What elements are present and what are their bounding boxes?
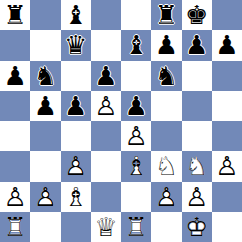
square-b8[interactable]: [30, 0, 60, 30]
square-f3[interactable]: ♞♘: [151, 151, 181, 181]
black-pawn-glyph: ♟: [212, 30, 242, 60]
square-g2[interactable]: ♟♙: [182, 182, 212, 212]
square-e3[interactable]: ♝♗: [121, 151, 151, 181]
square-b3[interactable]: [30, 151, 60, 181]
square-e2[interactable]: [121, 182, 151, 212]
black-pawn-glyph: ♟: [151, 30, 181, 60]
square-f2[interactable]: ♟♙: [151, 182, 181, 212]
square-c5[interactable]: ♟: [61, 91, 91, 121]
black-knight[interactable]: ♞: [30, 61, 60, 91]
square-h8[interactable]: [212, 0, 242, 30]
black-rook[interactable]: ♜: [151, 0, 181, 30]
square-c2[interactable]: ♝♗: [61, 182, 91, 212]
square-g7[interactable]: ♟: [182, 30, 212, 60]
square-f6[interactable]: ♞: [151, 61, 181, 91]
square-h3[interactable]: ♟♙: [212, 151, 242, 181]
square-e7[interactable]: ♝: [121, 30, 151, 60]
white-knight[interactable]: ♞♘: [182, 151, 212, 181]
black-pawn[interactable]: ♟: [30, 91, 60, 121]
black-queen[interactable]: ♛: [61, 30, 91, 60]
square-e4[interactable]: ♟♙: [121, 121, 151, 151]
square-g8[interactable]: ♚: [182, 0, 212, 30]
square-a4[interactable]: [0, 121, 30, 151]
square-b2[interactable]: ♟♙: [30, 182, 60, 212]
white-pawn[interactable]: ♟♙: [0, 182, 30, 212]
white-pawn[interactable]: ♟♙: [182, 182, 212, 212]
white-knight-outline: ♘: [151, 151, 181, 181]
white-knight[interactable]: ♞♘: [151, 151, 181, 181]
chess-board: ♜♝♜♚♛♝♟♟♟♟♞♟♞♟♟♟♙♟♟♙♟♙♝♗♞♘♞♘♟♙♟♙♟♙♝♗♟♙♟♙…: [0, 0, 242, 242]
black-queen-glyph: ♛: [61, 30, 91, 60]
white-pawn[interactable]: ♟♙: [151, 182, 181, 212]
white-rook-outline: ♖: [121, 212, 151, 242]
white-rook-outline: ♖: [0, 212, 30, 242]
black-knight[interactable]: ♞: [151, 61, 181, 91]
white-pawn-outline: ♙: [121, 121, 151, 151]
square-e6[interactable]: [121, 61, 151, 91]
white-king-outline: ♔: [182, 212, 212, 242]
black-pawn[interactable]: ♟: [182, 30, 212, 60]
black-pawn[interactable]: ♟: [0, 61, 30, 91]
square-d7[interactable]: [91, 30, 121, 60]
white-rook[interactable]: ♜♖: [121, 212, 151, 242]
black-pawn[interactable]: ♟: [91, 61, 121, 91]
square-c1[interactable]: [61, 212, 91, 242]
white-pawn-outline: ♙: [61, 151, 91, 181]
black-bishop[interactable]: ♝: [121, 30, 151, 60]
black-king[interactable]: ♚: [182, 0, 212, 30]
square-d2[interactable]: [91, 182, 121, 212]
square-d1[interactable]: ♛♕: [91, 212, 121, 242]
square-a7[interactable]: [0, 30, 30, 60]
square-a8[interactable]: ♜: [0, 0, 30, 30]
black-knight-glyph: ♞: [30, 61, 60, 91]
square-a6[interactable]: ♟: [0, 61, 30, 91]
square-c7[interactable]: ♛: [61, 30, 91, 60]
black-rook-glyph: ♜: [0, 0, 30, 30]
square-a5[interactable]: [0, 91, 30, 121]
white-pawn-outline: ♙: [151, 182, 181, 212]
white-bishop[interactable]: ♝♗: [121, 151, 151, 181]
square-b6[interactable]: ♞: [30, 61, 60, 91]
square-c8[interactable]: ♝: [61, 0, 91, 30]
square-h5[interactable]: [212, 91, 242, 121]
square-g6[interactable]: [182, 61, 212, 91]
black-bishop-glyph: ♝: [61, 0, 91, 30]
square-a2[interactable]: ♟♙: [0, 182, 30, 212]
white-bishop-outline: ♗: [61, 182, 91, 212]
black-pawn-glyph: ♟: [121, 91, 151, 121]
square-f8[interactable]: ♜: [151, 0, 181, 30]
black-rook-glyph: ♜: [151, 0, 181, 30]
black-pawn[interactable]: ♟: [61, 91, 91, 121]
square-b1[interactable]: [30, 212, 60, 242]
white-queen[interactable]: ♛♕: [91, 212, 121, 242]
black-pawn[interactable]: ♟: [121, 91, 151, 121]
black-king-glyph: ♚: [182, 0, 212, 30]
black-pawn-glyph: ♟: [182, 30, 212, 60]
square-b4[interactable]: [30, 121, 60, 151]
square-f5[interactable]: [151, 91, 181, 121]
black-bishop[interactable]: ♝: [61, 0, 91, 30]
square-c6[interactable]: [61, 61, 91, 91]
square-e1[interactable]: ♜♖: [121, 212, 151, 242]
square-g4[interactable]: [182, 121, 212, 151]
white-pawn-outline: ♙: [0, 182, 30, 212]
square-c3[interactable]: ♟♙: [61, 151, 91, 181]
white-queen-outline: ♕: [91, 212, 121, 242]
white-pawn[interactable]: ♟♙: [121, 121, 151, 151]
square-d6[interactable]: ♟: [91, 61, 121, 91]
square-e5[interactable]: ♟: [121, 91, 151, 121]
square-f4[interactable]: [151, 121, 181, 151]
white-pawn[interactable]: ♟♙: [61, 151, 91, 181]
square-d5[interactable]: ♟♙: [91, 91, 121, 121]
square-e8[interactable]: [121, 0, 151, 30]
white-bishop-outline: ♗: [121, 151, 151, 181]
black-bishop-glyph: ♝: [121, 30, 151, 60]
square-g1[interactable]: ♚♔: [182, 212, 212, 242]
square-a1[interactable]: ♜♖: [0, 212, 30, 242]
square-c4[interactable]: [61, 121, 91, 151]
square-h1[interactable]: [212, 212, 242, 242]
black-pawn[interactable]: ♟: [212, 30, 242, 60]
white-pawn[interactable]: ♟♙: [30, 182, 60, 212]
black-rook[interactable]: ♜: [0, 0, 30, 30]
black-pawn-glyph: ♟: [30, 91, 60, 121]
white-bishop[interactable]: ♝♗: [61, 182, 91, 212]
square-d8[interactable]: [91, 0, 121, 30]
black-pawn-glyph: ♟: [91, 61, 121, 91]
white-pawn-outline: ♙: [30, 182, 60, 212]
white-rook[interactable]: ♜♖: [0, 212, 30, 242]
square-g3[interactable]: ♞♘: [182, 151, 212, 181]
white-knight-outline: ♘: [182, 151, 212, 181]
white-pawn-outline: ♙: [91, 91, 121, 121]
square-b5[interactable]: ♟: [30, 91, 60, 121]
white-pawn-outline: ♙: [212, 151, 242, 181]
square-f1[interactable]: [151, 212, 181, 242]
square-h7[interactable]: ♟: [212, 30, 242, 60]
square-h4[interactable]: [212, 121, 242, 151]
white-pawn-outline: ♙: [182, 182, 212, 212]
square-g5[interactable]: [182, 91, 212, 121]
square-h2[interactable]: [212, 182, 242, 212]
black-pawn-glyph: ♟: [0, 61, 30, 91]
square-b7[interactable]: [30, 30, 60, 60]
square-d4[interactable]: [91, 121, 121, 151]
square-d3[interactable]: [91, 151, 121, 181]
white-king[interactable]: ♚♔: [182, 212, 212, 242]
square-f7[interactable]: ♟: [151, 30, 181, 60]
black-knight-glyph: ♞: [151, 61, 181, 91]
square-h6[interactable]: [212, 61, 242, 91]
white-pawn[interactable]: ♟♙: [212, 151, 242, 181]
black-pawn[interactable]: ♟: [151, 30, 181, 60]
square-a3[interactable]: [0, 151, 30, 181]
black-pawn-glyph: ♟: [61, 91, 91, 121]
white-pawn[interactable]: ♟♙: [91, 91, 121, 121]
